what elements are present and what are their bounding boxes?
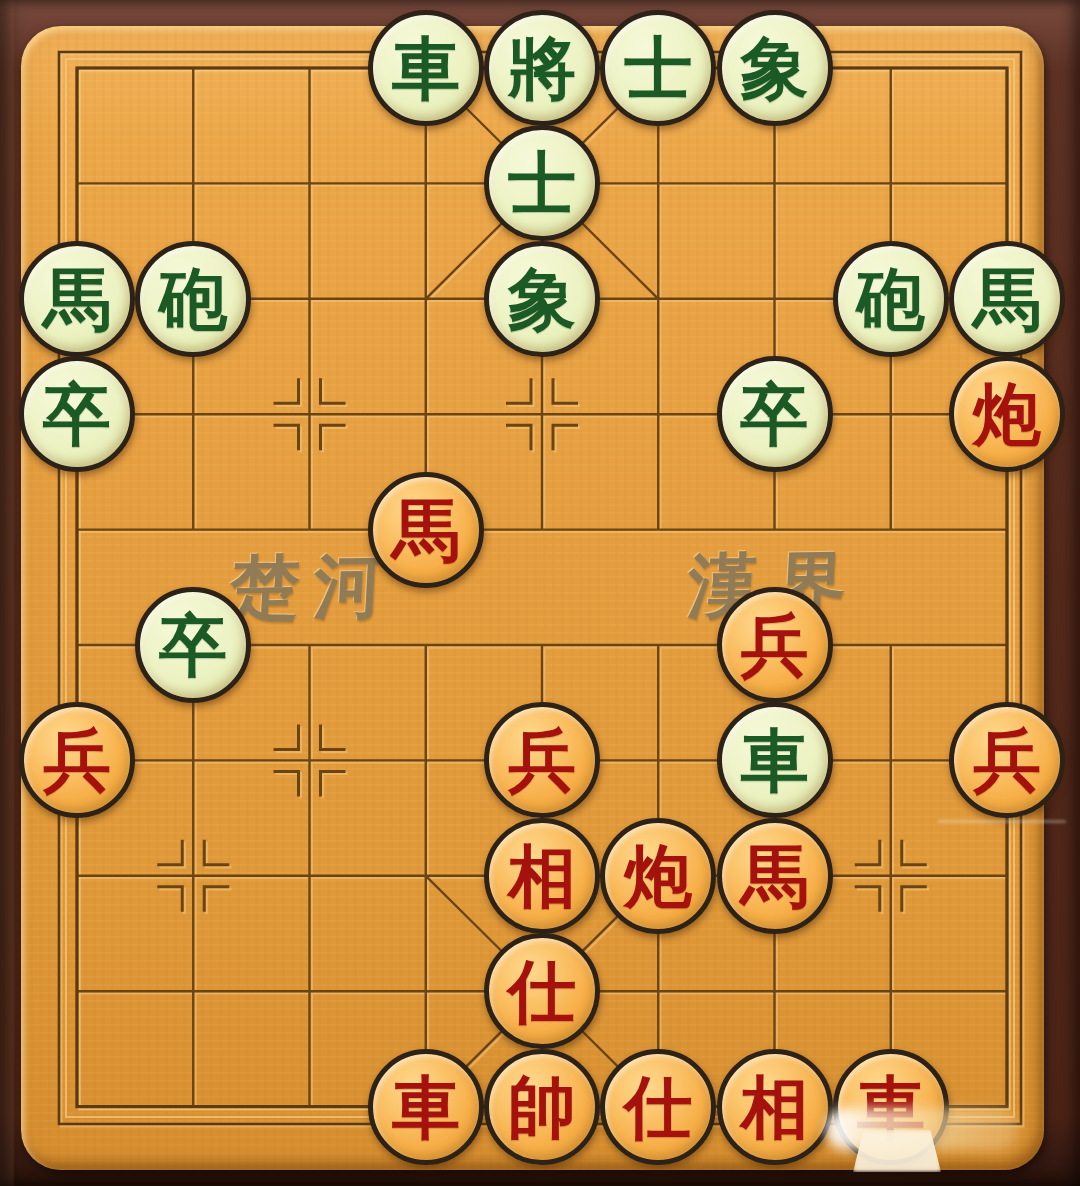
piece-green-soldier[interactable]: 卒 xyxy=(135,587,251,703)
piece-green-cannon[interactable]: 砲 xyxy=(135,241,251,357)
piece-green-chariot[interactable]: 車 xyxy=(368,10,484,126)
piece-green-general[interactable]: 將 xyxy=(484,10,600,126)
piece-green-chariot[interactable]: 車 xyxy=(717,702,833,818)
piece-red-horse[interactable]: 馬 xyxy=(368,472,484,588)
piece-green-cannon[interactable]: 砲 xyxy=(833,241,949,357)
piece-red-horse[interactable]: 馬 xyxy=(717,818,833,934)
piece-red-soldier[interactable]: 兵 xyxy=(19,702,135,818)
piece-green-advisor[interactable]: 士 xyxy=(484,125,600,241)
piece-red-elephant[interactable]: 相 xyxy=(484,818,600,934)
piece-green-soldier[interactable]: 卒 xyxy=(717,356,833,472)
piece-red-general[interactable]: 帥 xyxy=(484,1049,600,1165)
piece-red-cannon[interactable]: 炮 xyxy=(600,818,716,934)
piece-green-soldier[interactable]: 卒 xyxy=(19,356,135,472)
piece-green-elephant[interactable]: 象 xyxy=(484,241,600,357)
piece-red-chariot[interactable]: 車 xyxy=(833,1049,949,1165)
piece-red-chariot[interactable]: 車 xyxy=(368,1049,484,1165)
piece-green-elephant[interactable]: 象 xyxy=(717,10,833,126)
piece-green-horse[interactable]: 馬 xyxy=(19,241,135,357)
xiangqi-board: 車將士象士馬砲象砲馬卒卒炮馬卒兵兵兵車兵相炮馬仕車帥仕相車 xyxy=(19,10,1065,1164)
piece-green-advisor[interactable]: 士 xyxy=(600,10,716,126)
piece-red-soldier[interactable]: 兵 xyxy=(717,587,833,703)
piece-red-soldier[interactable]: 兵 xyxy=(484,702,600,818)
piece-red-elephant[interactable]: 相 xyxy=(717,1049,833,1165)
piece-red-cannon[interactable]: 炮 xyxy=(949,356,1065,472)
piece-red-advisor[interactable]: 仕 xyxy=(600,1049,716,1165)
piece-green-horse[interactable]: 馬 xyxy=(949,241,1065,357)
piece-red-advisor[interactable]: 仕 xyxy=(484,933,600,1049)
piece-red-soldier[interactable]: 兵 xyxy=(949,702,1065,818)
